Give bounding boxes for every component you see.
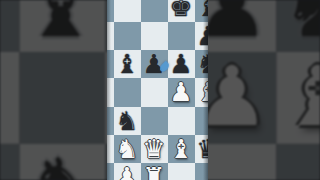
square-e7 bbox=[168, 22, 195, 50]
piece-wk-c3: ♞ bbox=[114, 135, 141, 163]
square-b4 bbox=[0, 143, 18, 180]
square-c7 bbox=[114, 22, 141, 50]
piece-bk-e8: ♚ bbox=[168, 0, 195, 22]
piece-wq-d3: ♛ bbox=[141, 135, 168, 163]
piece-wb-e3: ♝ bbox=[168, 135, 195, 163]
square-f4 bbox=[195, 107, 209, 135]
piece-wp-e5: ♟ bbox=[168, 78, 195, 106]
piece-wb-f5: ♝ bbox=[275, 53, 320, 143]
square-b6 bbox=[0, 0, 18, 53]
square-c5 bbox=[114, 78, 141, 106]
square-e4 bbox=[168, 107, 195, 135]
square-b5 bbox=[0, 53, 18, 143]
chess-board: ♚♝♟♟♝♟♟♞♟♝♟♞♞♛♝♛♟♜ bbox=[107, 0, 208, 180]
square-d5 bbox=[141, 78, 168, 106]
piece-bb-c6: ♝ bbox=[114, 50, 141, 78]
square-e2 bbox=[168, 163, 195, 180]
square-d4 bbox=[141, 107, 168, 135]
square-c5 bbox=[18, 53, 104, 143]
piece-bp-f7: ♟ bbox=[195, 22, 209, 50]
square-c8 bbox=[114, 0, 141, 22]
piece-wb-f5: ♝ bbox=[195, 78, 209, 106]
square-f4 bbox=[275, 143, 320, 180]
square-d8 bbox=[141, 0, 168, 22]
piece-bk-f6: ♞ bbox=[275, 0, 320, 53]
piece-wp-c2: ♟ bbox=[114, 163, 141, 180]
piece-wr-d2: ♜ bbox=[141, 163, 168, 180]
piece-bk-c4: ♞ bbox=[18, 143, 104, 180]
chess-video-strip[interactable]: ♚♝♟♟♝♟♟♞♟♝♟♞♞♛♝♛♟♜ bbox=[107, 0, 208, 180]
piece-bq-f3: ♛ bbox=[195, 135, 209, 163]
piece-bb-c6: ♝ bbox=[18, 0, 104, 53]
piece-bp-e6: ♟ bbox=[168, 50, 195, 78]
piece-bk-f6: ♞ bbox=[195, 50, 209, 78]
video-frame: ♚♝♟♟♝♟♟♞♟♝♟♞♞♛♝♛♟♜ ♚♝♟♟♝♟♟♞♟♝♟♞♞♛♝♛♟♜ bbox=[0, 0, 320, 180]
piece-bb-f8: ♝ bbox=[195, 0, 209, 22]
piece-bk-c4: ♞ bbox=[114, 107, 141, 135]
square-f2 bbox=[195, 163, 209, 180]
square-d7 bbox=[141, 22, 168, 50]
